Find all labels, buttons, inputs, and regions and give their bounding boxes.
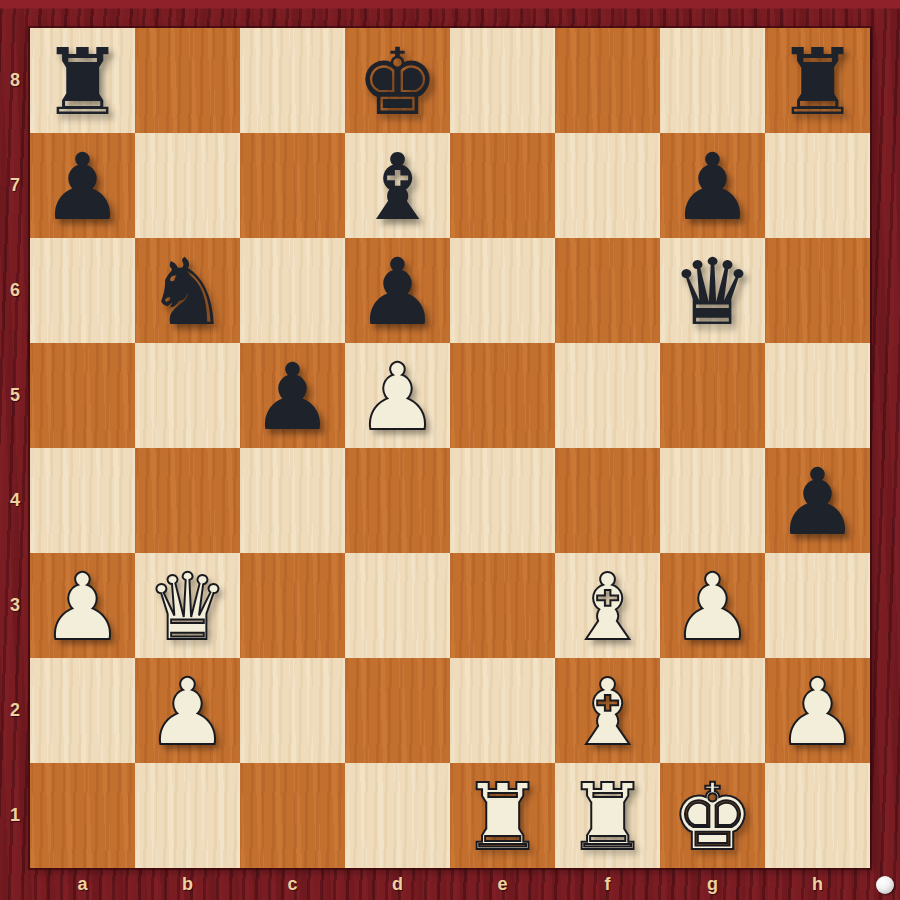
square-c4[interactable]: [240, 448, 345, 553]
square-e7[interactable]: [450, 133, 555, 238]
square-f2[interactable]: ♝: [555, 658, 660, 763]
square-g3[interactable]: ♟: [660, 553, 765, 658]
square-e1[interactable]: ♜: [450, 763, 555, 868]
square-e3[interactable]: [450, 553, 555, 658]
rank-label-8: 8: [0, 28, 30, 133]
black-pawn[interactable]: ♟: [356, 247, 438, 339]
rank-labels: 87654321: [0, 28, 30, 868]
square-d5[interactable]: ♟: [345, 343, 450, 448]
square-d3[interactable]: [345, 553, 450, 658]
square-f4[interactable]: [555, 448, 660, 553]
square-e4[interactable]: [450, 448, 555, 553]
white-pawn[interactable]: ♟: [41, 562, 123, 654]
square-f7[interactable]: [555, 133, 660, 238]
square-b4[interactable]: [135, 448, 240, 553]
square-f5[interactable]: [555, 343, 660, 448]
square-h6[interactable]: [765, 238, 870, 343]
square-a2[interactable]: [30, 658, 135, 763]
square-b2[interactable]: ♟: [135, 658, 240, 763]
square-d6[interactable]: ♟: [345, 238, 450, 343]
square-a8[interactable]: ♜: [30, 28, 135, 133]
square-b8[interactable]: [135, 28, 240, 133]
square-c5[interactable]: ♟: [240, 343, 345, 448]
white-to-move-indicator: [876, 876, 894, 894]
square-g6[interactable]: ♛: [660, 238, 765, 343]
file-labels: abcdefgh: [30, 868, 870, 900]
file-label-d: d: [345, 868, 450, 900]
black-pawn[interactable]: ♟: [671, 142, 753, 234]
square-b3[interactable]: ♛: [135, 553, 240, 658]
black-pawn[interactable]: ♟: [776, 457, 858, 549]
square-f3[interactable]: ♝: [555, 553, 660, 658]
white-rook[interactable]: ♜: [461, 772, 543, 864]
rank-label-5: 5: [0, 343, 30, 448]
square-d8[interactable]: ♚: [345, 28, 450, 133]
rank-label-3: 3: [0, 553, 30, 658]
rank-label-6: 6: [0, 238, 30, 343]
square-e8[interactable]: [450, 28, 555, 133]
square-g2[interactable]: [660, 658, 765, 763]
black-rook[interactable]: ♜: [41, 37, 123, 129]
black-bishop[interactable]: ♝: [356, 142, 438, 234]
square-b6[interactable]: ♞: [135, 238, 240, 343]
white-rook[interactable]: ♜: [566, 772, 648, 864]
black-pawn[interactable]: ♟: [251, 352, 333, 444]
file-label-e: e: [450, 868, 555, 900]
square-g1[interactable]: ♚: [660, 763, 765, 868]
black-knight[interactable]: ♞: [146, 247, 228, 339]
file-label-g: g: [660, 868, 765, 900]
square-h1[interactable]: [765, 763, 870, 868]
white-pawn[interactable]: ♟: [671, 562, 753, 654]
square-h8[interactable]: ♜: [765, 28, 870, 133]
white-pawn[interactable]: ♟: [146, 667, 228, 759]
square-g8[interactable]: [660, 28, 765, 133]
square-h2[interactable]: ♟: [765, 658, 870, 763]
square-c2[interactable]: [240, 658, 345, 763]
board: ♜♚♜♟♝♟♞♟♛♟♟♟♟♛♝♟♟♝♟♜♜♚: [30, 28, 870, 868]
file-label-a: a: [30, 868, 135, 900]
square-g4[interactable]: [660, 448, 765, 553]
white-pawn[interactable]: ♟: [356, 352, 438, 444]
black-king[interactable]: ♚: [356, 37, 438, 129]
square-c1[interactable]: [240, 763, 345, 868]
rank-label-2: 2: [0, 658, 30, 763]
rank-label-4: 4: [0, 448, 30, 553]
rank-label-7: 7: [0, 133, 30, 238]
square-c3[interactable]: [240, 553, 345, 658]
square-a5[interactable]: [30, 343, 135, 448]
white-pawn[interactable]: ♟: [776, 667, 858, 759]
black-queen[interactable]: ♛: [671, 247, 753, 339]
file-label-f: f: [555, 868, 660, 900]
square-e5[interactable]: [450, 343, 555, 448]
white-queen[interactable]: ♛: [146, 562, 228, 654]
square-d1[interactable]: [345, 763, 450, 868]
file-label-b: b: [135, 868, 240, 900]
square-c6[interactable]: [240, 238, 345, 343]
white-bishop[interactable]: ♝: [566, 667, 648, 759]
square-e6[interactable]: [450, 238, 555, 343]
square-b1[interactable]: [135, 763, 240, 868]
black-rook[interactable]: ♜: [776, 37, 858, 129]
file-label-c: c: [240, 868, 345, 900]
square-h4[interactable]: ♟: [765, 448, 870, 553]
square-f6[interactable]: [555, 238, 660, 343]
rank-label-1: 1: [0, 763, 30, 868]
square-a6[interactable]: [30, 238, 135, 343]
square-h7[interactable]: [765, 133, 870, 238]
square-a1[interactable]: [30, 763, 135, 868]
square-h3[interactable]: [765, 553, 870, 658]
square-d7[interactable]: ♝: [345, 133, 450, 238]
black-pawn[interactable]: ♟: [41, 142, 123, 234]
square-h5[interactable]: [765, 343, 870, 448]
square-b7[interactable]: [135, 133, 240, 238]
chess-diagram: 87654321 ♜♚♜♟♝♟♞♟♛♟♟♟♟♛♝♟♟♝♟♜♜♚ abcdefgh: [0, 0, 900, 900]
square-f8[interactable]: [555, 28, 660, 133]
square-d2[interactable]: [345, 658, 450, 763]
square-a4[interactable]: [30, 448, 135, 553]
square-a3[interactable]: ♟: [30, 553, 135, 658]
square-d4[interactable]: [345, 448, 450, 553]
white-bishop[interactable]: ♝: [566, 562, 648, 654]
square-g7[interactable]: ♟: [660, 133, 765, 238]
square-c7[interactable]: [240, 133, 345, 238]
square-a7[interactable]: ♟: [30, 133, 135, 238]
square-g5[interactable]: [660, 343, 765, 448]
file-label-h: h: [765, 868, 870, 900]
square-f1[interactable]: ♜: [555, 763, 660, 868]
square-e2[interactable]: [450, 658, 555, 763]
white-king[interactable]: ♚: [671, 772, 753, 864]
square-b5[interactable]: [135, 343, 240, 448]
square-c8[interactable]: [240, 28, 345, 133]
